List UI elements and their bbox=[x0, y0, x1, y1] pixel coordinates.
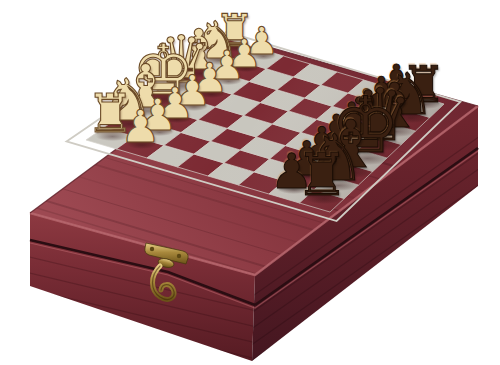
piece-black-rook-h8[interactable]: ♜ bbox=[296, 145, 349, 204]
chess-box-photo: ♜♟♞♟♝♟♛♟♟♚♜♟♟♝♞♟♟♞♝♟♜♟♛♟♟♚♟♝♟♞♟♜ bbox=[0, 0, 500, 365]
clasp-screw-right bbox=[177, 254, 181, 258]
piece-white-pawn-h2[interactable]: ♟ bbox=[120, 105, 160, 150]
clasp-screw-left bbox=[150, 247, 154, 251]
